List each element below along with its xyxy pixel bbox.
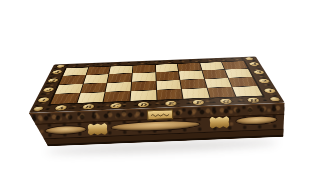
brass-clasp-right [209,116,229,129]
brass-plaque [147,109,173,120]
square-h1 [233,86,263,97]
file-label-a: A [54,105,67,111]
oval-inlay-left [46,126,86,135]
rank-label-left-3: 3 [47,78,58,82]
square-c1 [104,91,130,102]
square-d1 [130,90,156,101]
rank-label-right-1: 1 [263,88,276,93]
rank-label-left-4: 4 [51,70,62,74]
oval-inlay-center [111,120,199,132]
rank-label-right-2: 2 [258,79,270,83]
rank-label-left-2: 2 [42,87,54,92]
board-grid [48,61,265,105]
rank-label-right-4: 4 [248,62,259,66]
file-label-c: C [110,103,122,108]
corner-medallion-back-left [56,65,64,68]
corner-medallion-back-right [245,57,254,60]
oval-inlay-right [236,116,276,125]
rank-label-right-3: 3 [253,70,265,74]
rank-label-left-1: 1 [37,97,50,102]
corner-medallion-front-left [33,106,44,111]
file-label-d: D [137,102,148,107]
corner-medallion-front-right [269,97,280,101]
file-label-f: F [192,100,204,105]
chess-box: ABCDEFGH11223344 [26,30,286,150]
square-e2 [156,80,181,90]
square-d2 [131,81,155,91]
file-label-e: E [165,101,176,106]
file-label-g: G [219,99,232,104]
brass-clasp-left [87,123,107,136]
photo-background: ABCDEFGH11223344 [0,0,310,186]
file-label-b: B [82,104,94,109]
square-e1 [157,89,183,100]
square-a1 [51,93,80,104]
file-label-h: H [246,97,259,102]
square-b1 [77,92,105,103]
square-f1 [182,88,209,99]
plaque-script-engraving [150,111,170,118]
square-g1 [207,87,235,98]
